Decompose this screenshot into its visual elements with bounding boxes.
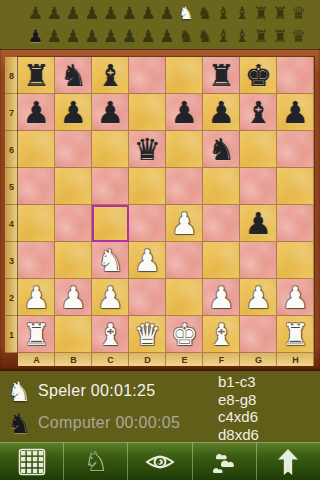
square-h3[interactable] (277, 242, 314, 279)
piece-black-b-c8: ♝ (97, 57, 124, 94)
square-e1[interactable]: ♚ (166, 316, 203, 353)
share-button[interactable] (256, 443, 320, 480)
move-entry: b1-c3 (218, 373, 318, 391)
square-g6[interactable] (240, 131, 277, 168)
piece-white-q-d1: ♛ (134, 316, 161, 353)
square-h5[interactable] (277, 168, 314, 205)
piece-black-p-f7: ♟ (208, 94, 235, 131)
square-b5[interactable] (55, 168, 92, 205)
file-label-c: C (92, 353, 129, 366)
square-b6[interactable] (55, 131, 92, 168)
piece-white-p-b2: ♟ (60, 279, 87, 316)
square-h4[interactable] (277, 205, 314, 242)
piece-white-p-d3: ♟ (134, 242, 161, 279)
captured-white-n: ♞ (176, 2, 195, 24)
piece-white-p-h2: ♟ (282, 279, 309, 316)
square-h8[interactable] (277, 57, 314, 94)
square-h6[interactable] (277, 131, 314, 168)
tray-slot-black-p: ♟ (64, 25, 83, 47)
square-d4[interactable] (129, 205, 166, 242)
tray-slot-white-b: ♝ (214, 2, 233, 24)
piece-black-n-b8: ♞ (60, 57, 87, 94)
square-a6[interactable] (18, 131, 55, 168)
rank-label-3: 3 (5, 242, 18, 279)
file-label-d: D (129, 353, 166, 366)
eye-icon (144, 450, 176, 474)
move-entry: e8-g8 (218, 391, 318, 409)
tray-slot-black-p: ♟ (82, 25, 101, 47)
piece-black-r-a8: ♜ (23, 57, 50, 94)
file-label-b: B (55, 353, 92, 366)
square-e8[interactable] (166, 57, 203, 94)
view-button[interactable] (127, 443, 191, 480)
rank-label-8: 8 (5, 57, 18, 94)
piece-black-p-a7: ♟ (23, 94, 50, 131)
piece-black-b-g7: ♝ (245, 94, 272, 131)
square-f4[interactable] (203, 205, 240, 242)
player-label: Speler (38, 382, 86, 399)
square-g4[interactable]: ♟ (240, 205, 277, 242)
square-h2[interactable]: ♟ (277, 279, 314, 316)
square-g8[interactable]: ♚ (240, 57, 277, 94)
rank-label-1: 1 (5, 316, 18, 353)
knight-outline-icon: ♘ (84, 447, 108, 477)
square-f5[interactable] (203, 168, 240, 205)
square-f8[interactable]: ♜ (203, 57, 240, 94)
square-f3[interactable] (203, 242, 240, 279)
tray-slot-white-p: ♟ (26, 2, 45, 24)
square-a3[interactable] (18, 242, 55, 279)
square-d8[interactable] (129, 57, 166, 94)
tray-slot-black-q: ♛ (289, 25, 308, 47)
square-c1[interactable]: ♝ (92, 316, 129, 353)
file-label-a: A (18, 353, 55, 366)
square-g1[interactable] (240, 316, 277, 353)
square-b4[interactable] (55, 205, 92, 242)
chess-app-screen: ♟♟♟♟♟♟♟♟♞♞♝♝♜♜♛ ♟♟♟♟♟♟♟♟♞♞♝♝♜♜♛ 87654321… (0, 0, 320, 480)
capture-tray-area: ♟♟♟♟♟♟♟♟♞♞♝♝♜♜♛ ♟♟♟♟♟♟♟♟♞♞♝♝♜♜♛ (0, 0, 320, 49)
square-e7[interactable]: ♟ (166, 94, 203, 131)
player-clock-text: Speler 00:01:25 (38, 382, 156, 400)
tray-slot-white-n: ♞ (195, 2, 214, 24)
square-a7[interactable]: ♟ (18, 94, 55, 131)
square-d2[interactable] (129, 279, 166, 316)
piece-black-p-c7: ♟ (97, 94, 124, 131)
tray-slot-black-b: ♝ (233, 25, 252, 47)
square-d3[interactable]: ♟ (129, 242, 166, 279)
square-d6[interactable]: ♛ (129, 131, 166, 168)
tray-slot-white-p: ♟ (139, 2, 158, 24)
move-list: b1-c3e8-g8c4xd6d8xd6 (218, 373, 318, 443)
file-label-g: G (240, 353, 277, 366)
square-f2[interactable]: ♟ (203, 279, 240, 316)
piece-white-k-e1: ♚ (171, 316, 198, 353)
piece-black-p-b7: ♟ (60, 94, 87, 131)
tray-slot-black-p: ♟ (120, 25, 139, 47)
square-a8[interactable]: ♜ (18, 57, 55, 94)
scenery-button[interactable] (192, 443, 256, 480)
tray-slot-white-r: ♜ (270, 2, 289, 24)
arrow-up-icon (275, 448, 301, 476)
square-e2[interactable] (166, 279, 203, 316)
tray-slot-white-q: ♛ (289, 2, 308, 24)
tray-slot-black-p: ♟ (45, 25, 64, 47)
pieces-button[interactable]: ♘ (63, 443, 127, 480)
square-b2[interactable]: ♟ (55, 279, 92, 316)
tray-slot-white-b: ♝ (233, 2, 252, 24)
piece-white-b-c1: ♝ (97, 316, 124, 353)
square-c8[interactable]: ♝ (92, 57, 129, 94)
piece-white-n-c3: ♞ (97, 242, 124, 279)
square-f1[interactable]: ♝ (203, 316, 240, 353)
move-entry: d8xd6 (218, 426, 318, 444)
tray-slot-white-p: ♟ (64, 2, 83, 24)
piece-white-b-f1: ♝ (208, 316, 235, 353)
square-c2[interactable]: ♟ (92, 279, 129, 316)
tray-slot-black-p: ♟ (158, 25, 177, 47)
square-c7[interactable]: ♟ (92, 94, 129, 131)
piece-black-k-g8: ♚ (245, 57, 272, 94)
square-e4[interactable]: ♟ (166, 205, 203, 242)
piece-black-r-f8: ♜ (208, 57, 235, 94)
square-d1[interactable]: ♛ (129, 316, 166, 353)
chess-board-frame: 87654321 ♜♞♝♜♚♟♟♟♟♟♝♟♛♞♟♟♞♟♟♟♟♟♟♟♜♝♛♚♝♜ … (0, 49, 320, 371)
computer-clock-text: Computer 00:00:05 (38, 414, 180, 432)
tray-slot-white-p: ♟ (82, 2, 101, 24)
square-h1[interactable]: ♜ (277, 316, 314, 353)
square-b7[interactable]: ♟ (55, 94, 92, 131)
square-h7[interactable]: ♟ (277, 94, 314, 131)
captured-white-pieces-tray: ♟♟♟♟♟♟♟♟♞♞♝♝♜♜♛ (26, 2, 316, 24)
square-g2[interactable]: ♟ (240, 279, 277, 316)
tray-slot-white-p: ♟ (45, 2, 64, 24)
tray-slot-white-p: ♟ (120, 2, 139, 24)
square-a5[interactable] (18, 168, 55, 205)
computer-label: Computer (38, 414, 111, 431)
square-e3[interactable] (166, 242, 203, 279)
square-f7[interactable]: ♟ (203, 94, 240, 131)
square-c5[interactable] (92, 168, 129, 205)
clouds-icon (208, 448, 240, 476)
piece-black-n-f6: ♞ (208, 131, 235, 168)
rank-coordinates: 87654321 (5, 57, 18, 353)
square-d5[interactable] (129, 168, 166, 205)
info-panel: ♞ Speler 00:01:25 ♞ Computer 00:00:05 b1… (0, 371, 320, 442)
move-entry: c4xd6 (218, 408, 318, 426)
file-label-e: E (166, 353, 203, 366)
square-f6[interactable]: ♞ (203, 131, 240, 168)
square-e6[interactable] (166, 131, 203, 168)
tray-slot-black-p: ♟ (101, 25, 120, 47)
tray-slot-white-p: ♟ (101, 2, 120, 24)
tray-slot-black-n: ♞ (176, 25, 195, 47)
computer-time: 00:00:05 (115, 414, 180, 431)
piece-white-r-a1: ♜ (23, 316, 50, 353)
file-label-f: F (203, 353, 240, 366)
tray-slot-white-p: ♟ (158, 2, 177, 24)
white-knight-icon: ♞ (4, 376, 34, 407)
tray-slot-black-r: ♜ (252, 25, 271, 47)
square-c3[interactable]: ♞ (92, 242, 129, 279)
file-label-h: H (277, 353, 314, 366)
square-b3[interactable] (55, 242, 92, 279)
toolbar: ♘ (0, 442, 320, 480)
piece-white-p-g2: ♟ (245, 279, 272, 316)
piece-white-p-c2: ♟ (97, 279, 124, 316)
board-grid-button[interactable] (0, 443, 63, 480)
rank-label-6: 6 (5, 131, 18, 168)
square-g5[interactable] (240, 168, 277, 205)
piece-black-p-g4: ♟ (245, 205, 272, 242)
square-c6[interactable] (92, 131, 129, 168)
tray-slot-black-r: ♜ (270, 25, 289, 47)
rank-label-2: 2 (5, 279, 18, 316)
board-grid-icon (18, 448, 46, 476)
piece-white-p-f2: ♟ (208, 279, 235, 316)
file-coordinates: ABCDEFGH (18, 353, 314, 366)
square-g3[interactable] (240, 242, 277, 279)
tray-slot-black-p: ♟ (139, 25, 158, 47)
piece-white-p-e4: ♟ (171, 205, 198, 242)
chess-board[interactable]: ♜♞♝♜♚♟♟♟♟♟♝♟♛♞♟♟♞♟♟♟♟♟♟♟♜♝♛♚♝♜ (18, 57, 314, 353)
rank-label-7: 7 (5, 94, 18, 131)
player-clock-row: ♞ Speler 00:01:25 (4, 375, 156, 407)
tray-slot-white-r: ♜ (252, 2, 271, 24)
tray-slot-black-n: ♞ (195, 25, 214, 47)
square-a4[interactable] (18, 205, 55, 242)
square-b8[interactable]: ♞ (55, 57, 92, 94)
square-c4[interactable] (92, 205, 129, 242)
square-d7[interactable] (129, 94, 166, 131)
square-g7[interactable]: ♝ (240, 94, 277, 131)
captured-black-p: ♟ (26, 25, 45, 47)
piece-white-p-a2: ♟ (23, 279, 50, 316)
square-b1[interactable] (55, 316, 92, 353)
piece-black-p-e7: ♟ (171, 94, 198, 131)
computer-clock-row: ♞ Computer 00:00:05 (4, 407, 180, 439)
rank-label-4: 4 (5, 205, 18, 242)
captured-black-pieces-tray: ♟♟♟♟♟♟♟♟♞♞♝♝♜♜♛ (26, 25, 316, 47)
square-a2[interactable]: ♟ (18, 279, 55, 316)
piece-black-p-h7: ♟ (282, 94, 309, 131)
black-knight-icon: ♞ (4, 408, 34, 439)
piece-black-q-d6: ♛ (134, 131, 161, 168)
tray-slot-black-b: ♝ (214, 25, 233, 47)
piece-white-r-h1: ♜ (282, 316, 309, 353)
player-time: 00:01:25 (91, 382, 156, 399)
square-a1[interactable]: ♜ (18, 316, 55, 353)
square-e5[interactable] (166, 168, 203, 205)
rank-label-5: 5 (5, 168, 18, 205)
